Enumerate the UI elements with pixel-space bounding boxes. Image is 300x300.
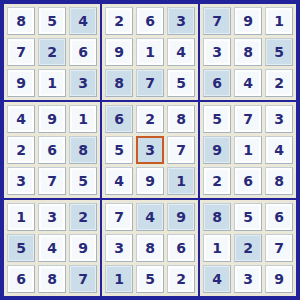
cell-r8c3[interactable]: 9: [69, 234, 97, 262]
box-2: 263914875: [102, 4, 198, 100]
cell-r5c3[interactable]: 8: [69, 136, 97, 164]
cell-r5c9[interactable]: 4: [265, 136, 293, 164]
cell-r3c5[interactable]: 7: [136, 69, 164, 97]
cell-r4c2[interactable]: 9: [38, 105, 66, 133]
cell-r3c1[interactable]: 9: [7, 69, 35, 97]
cell-r8c7[interactable]: 1: [203, 234, 231, 262]
cell-r2c2[interactable]: 2: [38, 38, 66, 66]
cell-r6c6[interactable]: 1: [167, 167, 195, 195]
cell-r9c2[interactable]: 8: [38, 265, 66, 293]
cell-r6c7[interactable]: 2: [203, 167, 231, 195]
cell-r9c3[interactable]: 7: [69, 265, 97, 293]
cell-r8c5[interactable]: 8: [136, 234, 164, 262]
cell-r5c7[interactable]: 9: [203, 136, 231, 164]
cell-r1c4[interactable]: 2: [105, 7, 133, 35]
cell-r7c8[interactable]: 5: [234, 203, 262, 231]
box-1: 854726913: [4, 4, 100, 100]
cell-r6c8[interactable]: 6: [234, 167, 262, 195]
cell-r8c6[interactable]: 6: [167, 234, 195, 262]
cell-r3c3[interactable]: 3: [69, 69, 97, 97]
cell-r1c7[interactable]: 7: [203, 7, 231, 35]
cell-r6c1[interactable]: 3: [7, 167, 35, 195]
cell-r6c3[interactable]: 5: [69, 167, 97, 195]
cell-r2c3[interactable]: 6: [69, 38, 97, 66]
box-5: 628537491: [102, 102, 198, 198]
box-4: 491268375: [4, 102, 100, 198]
cell-r2c5[interactable]: 1: [136, 38, 164, 66]
cell-r9c9[interactable]: 9: [265, 265, 293, 293]
cell-r7c4[interactable]: 7: [105, 203, 133, 231]
cell-r4c5[interactable]: 2: [136, 105, 164, 133]
cell-r4c7[interactable]: 5: [203, 105, 231, 133]
cell-r4c9[interactable]: 3: [265, 105, 293, 133]
cell-r2c7[interactable]: 3: [203, 38, 231, 66]
cell-r3c9[interactable]: 2: [265, 69, 293, 97]
cell-r9c7[interactable]: 4: [203, 265, 231, 293]
cell-r3c4[interactable]: 8: [105, 69, 133, 97]
cell-r1c3[interactable]: 4: [69, 7, 97, 35]
cell-r9c6[interactable]: 2: [167, 265, 195, 293]
cell-r1c5[interactable]: 6: [136, 7, 164, 35]
cell-r5c8[interactable]: 1: [234, 136, 262, 164]
cell-r3c7[interactable]: 6: [203, 69, 231, 97]
cell-r3c2[interactable]: 1: [38, 69, 66, 97]
box-8: 749386152: [102, 200, 198, 296]
cell-r1c1[interactable]: 8: [7, 7, 35, 35]
cell-r9c8[interactable]: 3: [234, 265, 262, 293]
cell-r9c1[interactable]: 6: [7, 265, 35, 293]
cell-r7c5[interactable]: 4: [136, 203, 164, 231]
cell-r5c5[interactable]: 3: [136, 136, 164, 164]
cell-r8c4[interactable]: 3: [105, 234, 133, 262]
cell-r4c4[interactable]: 6: [105, 105, 133, 133]
cell-r2c4[interactable]: 9: [105, 38, 133, 66]
cell-r4c6[interactable]: 8: [167, 105, 195, 133]
cell-r2c1[interactable]: 7: [7, 38, 35, 66]
cell-r2c8[interactable]: 8: [234, 38, 262, 66]
cell-r8c1[interactable]: 5: [7, 234, 35, 262]
cell-r7c3[interactable]: 2: [69, 203, 97, 231]
cell-r7c2[interactable]: 3: [38, 203, 66, 231]
cell-r7c6[interactable]: 9: [167, 203, 195, 231]
sudoku-board: 8547269132639148757913856424912683756285…: [0, 0, 300, 300]
cell-r5c4[interactable]: 5: [105, 136, 133, 164]
box-3: 791385642: [200, 4, 296, 100]
cell-r8c8[interactable]: 2: [234, 234, 262, 262]
box-6: 573914268: [200, 102, 296, 198]
cell-r4c1[interactable]: 4: [7, 105, 35, 133]
cell-r1c9[interactable]: 1: [265, 7, 293, 35]
cell-r2c9[interactable]: 5: [265, 38, 293, 66]
cell-r7c9[interactable]: 6: [265, 203, 293, 231]
box-7: 132549687: [4, 200, 100, 296]
cell-r6c2[interactable]: 7: [38, 167, 66, 195]
cell-r3c6[interactable]: 5: [167, 69, 195, 97]
cell-r1c2[interactable]: 5: [38, 7, 66, 35]
cell-r1c6[interactable]: 3: [167, 7, 195, 35]
cell-r6c9[interactable]: 8: [265, 167, 293, 195]
cell-r4c8[interactable]: 7: [234, 105, 262, 133]
cell-r7c1[interactable]: 1: [7, 203, 35, 231]
box-9: 856127439: [200, 200, 296, 296]
cell-r3c8[interactable]: 4: [234, 69, 262, 97]
cell-r9c5[interactable]: 5: [136, 265, 164, 293]
cell-r2c6[interactable]: 4: [167, 38, 195, 66]
cell-r8c9[interactable]: 7: [265, 234, 293, 262]
cell-r7c7[interactable]: 8: [203, 203, 231, 231]
cell-r5c6[interactable]: 7: [167, 136, 195, 164]
cell-r9c4[interactable]: 1: [105, 265, 133, 293]
cell-r5c2[interactable]: 6: [38, 136, 66, 164]
cell-r4c3[interactable]: 1: [69, 105, 97, 133]
cell-r8c2[interactable]: 4: [38, 234, 66, 262]
cell-r6c5[interactable]: 9: [136, 167, 164, 195]
cell-r5c1[interactable]: 2: [7, 136, 35, 164]
cell-r6c4[interactable]: 4: [105, 167, 133, 195]
cell-r1c8[interactable]: 9: [234, 7, 262, 35]
